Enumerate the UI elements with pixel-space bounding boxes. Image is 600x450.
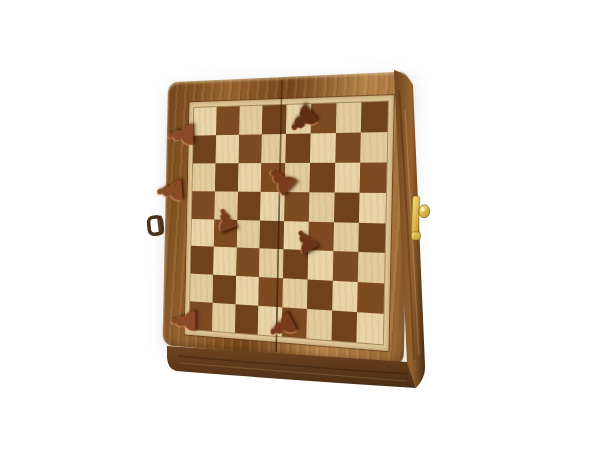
square-a3 bbox=[191, 246, 214, 275]
square-a2 bbox=[190, 274, 213, 303]
square-h2 bbox=[357, 282, 384, 314]
square-h4 bbox=[359, 222, 386, 253]
square-c3 bbox=[236, 248, 260, 277]
pawn-piece-a7: ♟ bbox=[163, 119, 198, 151]
square-g5 bbox=[334, 192, 360, 222]
pawn-piece-a1: ♟ bbox=[168, 306, 201, 336]
pawn-piece-a5: ♟ bbox=[152, 175, 188, 208]
square-c5 bbox=[237, 191, 261, 220]
square-h8 bbox=[361, 102, 388, 133]
square-e2 bbox=[282, 279, 307, 310]
square-g7 bbox=[335, 132, 361, 162]
square-g6 bbox=[334, 162, 360, 192]
square-f6 bbox=[309, 163, 335, 193]
square-g4 bbox=[333, 222, 359, 253]
product-photo-chess-set: ♟♟♟♟♟♟♟♟ bbox=[0, 0, 600, 450]
square-f1 bbox=[306, 309, 332, 340]
square-h3 bbox=[358, 252, 385, 283]
square-d2 bbox=[258, 277, 282, 307]
square-a4 bbox=[191, 218, 214, 246]
square-g8 bbox=[335, 102, 361, 132]
square-g3 bbox=[332, 251, 358, 282]
square-c7 bbox=[238, 134, 262, 163]
square-b7 bbox=[215, 135, 238, 163]
square-h1 bbox=[357, 312, 384, 344]
square-g2 bbox=[332, 281, 358, 312]
square-g1 bbox=[331, 311, 357, 343]
square-d3 bbox=[259, 249, 283, 279]
square-h7 bbox=[360, 132, 387, 162]
square-d4 bbox=[260, 220, 284, 249]
square-b2 bbox=[212, 275, 235, 304]
square-c8 bbox=[239, 106, 263, 135]
square-f5 bbox=[309, 192, 335, 222]
square-c2 bbox=[235, 276, 259, 306]
square-a6 bbox=[192, 163, 215, 191]
square-b1 bbox=[212, 303, 235, 333]
square-b6 bbox=[215, 163, 238, 191]
square-f2 bbox=[307, 280, 333, 311]
square-c1 bbox=[235, 304, 259, 334]
square-b8 bbox=[216, 106, 239, 135]
square-h6 bbox=[360, 162, 387, 192]
square-b3 bbox=[213, 247, 236, 276]
square-h5 bbox=[359, 192, 386, 223]
square-f7 bbox=[310, 133, 336, 163]
